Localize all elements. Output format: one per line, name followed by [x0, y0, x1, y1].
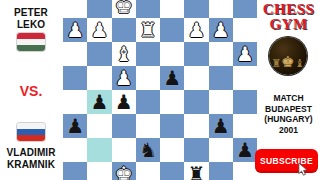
- sq-a4: [233, 66, 257, 90]
- sq-b5: [209, 90, 233, 114]
- sq-a3: ♟: [233, 42, 257, 66]
- sq-e6: [136, 114, 160, 138]
- sq-d4: ♟: [160, 66, 184, 90]
- brand-line2: GYM: [257, 17, 320, 32]
- logo-bishop-icon: ♝: [295, 58, 305, 75]
- russia-flag: [17, 123, 45, 141]
- piece-black-P-f5: ♟: [112, 90, 136, 114]
- piece-white-K-f8: ♚: [112, 162, 136, 180]
- sq-e2: ♜: [136, 18, 160, 42]
- piece-black-P-b6: ♟: [209, 114, 233, 138]
- sq-e5: [136, 90, 160, 114]
- video-thumbnail: PETER LEKO VS. VLADIMIR KRAMNIK ♚♟♟♜♟♟♝♟…: [0, 0, 320, 180]
- subscribe-button[interactable]: SUBSCRIBE: [255, 149, 318, 173]
- player-top-last: LEKO: [0, 19, 62, 31]
- player-top-name: PETER LEKO: [0, 7, 62, 30]
- match-info-line: BUDAPEST: [257, 104, 320, 115]
- sq-e1: [136, 0, 160, 18]
- sq-b4: [209, 66, 233, 90]
- sq-e8: [136, 162, 160, 180]
- sq-d1: [160, 0, 184, 18]
- match-info-line: MATCH: [257, 93, 320, 104]
- piece-white-K-f1: ♚: [112, 0, 136, 18]
- sq-c6: [184, 114, 208, 138]
- sq-h3: [63, 42, 87, 66]
- sq-a1: [233, 0, 257, 18]
- sq-f3: ♝: [112, 42, 136, 66]
- piece-white-R-e2: ♜: [136, 18, 160, 42]
- russia-flag-stripe: [17, 135, 45, 141]
- sq-a2: [233, 18, 257, 42]
- sq-f1: ♚: [112, 0, 136, 18]
- sq-h1: [63, 0, 87, 18]
- piece-white-P-b2: ♟: [209, 18, 233, 42]
- sq-a7: ♟: [233, 138, 257, 162]
- piece-white-P-h2: ♟: [63, 18, 87, 42]
- mouse-cursor-icon: [297, 162, 308, 177]
- sq-b6: ♟: [209, 114, 233, 138]
- sq-a6: [233, 114, 257, 138]
- piece-black-P-h6: ♟: [63, 114, 87, 138]
- sq-b2: ♟: [209, 18, 233, 42]
- piece-black-P-d4: ♟: [160, 66, 184, 90]
- sq-g8: [87, 162, 111, 180]
- players-panel: PETER LEKO VS. VLADIMIR KRAMNIK: [0, 0, 62, 180]
- sq-f7: [112, 138, 136, 162]
- player-top-first: PETER: [0, 7, 62, 19]
- sq-f8: ♚: [112, 162, 136, 180]
- sq-g4: [87, 66, 111, 90]
- sq-c4: [184, 66, 208, 90]
- sq-h7: [63, 138, 87, 162]
- logo-rook-icon: ♜: [271, 58, 281, 75]
- match-info-line: 2001: [257, 125, 320, 136]
- sq-h5: [63, 90, 87, 114]
- sq-c5: [184, 90, 208, 114]
- player-bottom-last: KRAMNIK: [0, 159, 62, 171]
- sq-g2: ♟: [87, 18, 111, 42]
- sq-d2: [160, 18, 184, 42]
- piece-white-P-g2: ♟: [87, 18, 111, 42]
- brand-line1: CHESS: [257, 2, 320, 17]
- sq-c8: ♜: [184, 162, 208, 180]
- sq-a8: [233, 162, 257, 180]
- sq-g7: [87, 138, 111, 162]
- piece-white-P-c2: ♟: [184, 18, 208, 42]
- player-bottom-name: VLADIMIR KRAMNIK: [0, 147, 62, 170]
- sq-c3: [184, 42, 208, 66]
- sq-e7: ♞: [136, 138, 160, 162]
- sq-f6: [112, 114, 136, 138]
- hungary-flag: [17, 33, 45, 51]
- match-info-line: (HUNGARY): [257, 114, 320, 125]
- sq-f4: ♟: [112, 66, 136, 90]
- sq-h4: [63, 66, 87, 90]
- sq-b8: [209, 162, 233, 180]
- sq-b7: [209, 138, 233, 162]
- sq-e4: [136, 66, 160, 90]
- piece-white-P-f4: ♟: [112, 66, 136, 90]
- piece-black-P-a7: ♟: [233, 138, 257, 162]
- sq-e3: [136, 42, 160, 66]
- sq-d3: [160, 42, 184, 66]
- sq-d8: [160, 162, 184, 180]
- sq-d5: [160, 90, 184, 114]
- sq-g6: [87, 114, 111, 138]
- chess-board: ♚♟♟♜♟♟♝♟♟♟♟♟♟♟♞♟♚♜: [63, 0, 257, 180]
- sq-c1: [184, 0, 208, 18]
- logo-king-icon: ♚: [281, 55, 294, 75]
- sq-h2: ♟: [63, 18, 87, 42]
- sq-g3: [87, 42, 111, 66]
- sq-g5: ♟: [87, 90, 111, 114]
- sq-g1: [87, 0, 111, 18]
- sq-d6: [160, 114, 184, 138]
- sq-b3: [209, 42, 233, 66]
- vs-label: VS.: [0, 83, 62, 99]
- player-bottom-first: VLADIMIR: [0, 147, 62, 159]
- match-info: MATCH BUDAPEST (HUNGARY) 2001: [257, 93, 320, 135]
- sq-h8: [63, 162, 87, 180]
- piece-white-B-f3: ♝: [112, 42, 136, 66]
- board-area: ♚♟♟♜♟♟♝♟♟♟♟♟♟♟♞♟♚♜: [63, 0, 257, 180]
- channel-brand: CHESS GYM: [257, 2, 320, 32]
- sq-c2: ♟: [184, 18, 208, 42]
- piece-black-N-e7: ♞: [136, 138, 160, 162]
- piece-black-R-c8: ♜: [184, 162, 208, 180]
- hungary-flag-stripe: [17, 45, 45, 51]
- chess-gym-logo: ♜ ♚ ♝: [269, 37, 307, 75]
- sq-a5: [233, 90, 257, 114]
- sq-f2: [112, 18, 136, 42]
- sq-f5: ♟: [112, 90, 136, 114]
- piece-black-P-g5: ♟: [87, 90, 111, 114]
- sq-c7: [184, 138, 208, 162]
- sq-h6: ♟: [63, 114, 87, 138]
- piece-white-P-a3: ♟: [233, 42, 257, 66]
- sq-b1: [209, 0, 233, 18]
- sq-d7: [160, 138, 184, 162]
